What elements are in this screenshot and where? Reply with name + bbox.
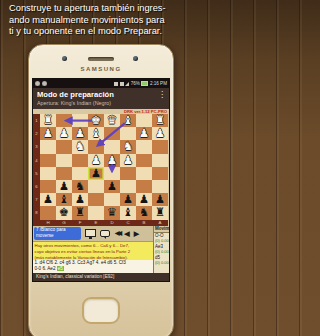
board-view-button[interactable] <box>85 229 96 237</box>
board-grid: ♜♚♛♝♜♟♟♟♝♟♟♞♞♟♟♟♟♟♞♟♟♝♟♟♟♟♚♜♛♝♞♜ <box>40 114 168 220</box>
white-pawn: ♟ <box>40 127 56 140</box>
square-c4[interactable]: ♟ <box>120 154 136 167</box>
white-pawn: ♟ <box>120 154 136 167</box>
square-d2[interactable] <box>104 127 120 140</box>
turn-line2: moverse <box>36 233 79 239</box>
square-g4[interactable] <box>56 154 72 167</box>
square-d4[interactable]: ♟ <box>104 154 120 167</box>
rank-label: 3 <box>33 140 40 153</box>
notification-icon <box>42 81 47 86</box>
square-b5[interactable] <box>136 167 152 180</box>
clock: 2:16 PM <box>150 81 167 86</box>
white-bishop: ♝ <box>120 114 136 127</box>
square-b3[interactable] <box>136 140 152 153</box>
square-h7[interactable]: ♟ <box>40 193 56 206</box>
square-g3[interactable] <box>56 140 72 153</box>
black-pawn: ♟ <box>88 167 104 180</box>
black-pawn: ♟ <box>40 193 56 206</box>
square-e3[interactable] <box>88 140 104 153</box>
square-d3[interactable] <box>104 140 120 153</box>
black-rook: ♜ <box>72 206 88 219</box>
square-e2[interactable]: ♝ <box>88 127 104 140</box>
square-c1[interactable]: ♝ <box>120 114 136 127</box>
white-pawn: ♟ <box>88 154 104 167</box>
current-move[interactable]: e5 <box>57 266 64 271</box>
move-list[interactable]: 1. d4 Cf6 2. c4 g6 3. Cc3 Ag7 4. e4 d6 5… <box>33 260 154 273</box>
candidate-move-row[interactable]: O-O(0) 0.00 <box>154 233 169 244</box>
opening-name-bar: King's Indian, classical variation [E92] <box>33 273 169 281</box>
square-d6[interactable]: ♟ <box>104 180 120 193</box>
square-a5[interactable] <box>152 167 168 180</box>
square-a2[interactable]: ♟ <box>152 127 168 140</box>
mute-icon <box>120 82 124 86</box>
chess-board: 12345678 ♜♚♛♝♜♟♟♟♝♟♟♞♞♟♟♟♟♟♞♟♟♝♟♟♟♟♚♜♛♝♞… <box>33 114 168 226</box>
page-title: Modo de preparación <box>37 90 114 99</box>
rank-label: 4 <box>33 154 40 167</box>
wifi-icon <box>114 82 118 86</box>
black-queen: ♛ <box>104 206 120 219</box>
candidate-eval: (0) 0.00 <box>155 249 168 254</box>
overflow-menu-icon[interactable]: ⋮ <box>158 91 166 99</box>
square-b2[interactable]: ♟ <box>136 127 152 140</box>
white-bishop: ♝ <box>88 127 104 140</box>
square-h2[interactable]: ♟ <box>40 127 56 140</box>
square-e7[interactable] <box>88 193 104 206</box>
square-f4[interactable] <box>72 154 88 167</box>
white-pawn: ♟ <box>56 127 72 140</box>
white-queen: ♛ <box>104 114 120 127</box>
back-button[interactable]: ◀ <box>124 227 129 240</box>
square-a3[interactable] <box>152 140 168 153</box>
square-a4[interactable] <box>152 154 168 167</box>
forward-button[interactable]: ▶ <box>134 227 139 240</box>
square-c3[interactable]: ♞ <box>120 140 136 153</box>
opening-subtitle: Apertura: King's Indian (Negro) <box>37 100 111 106</box>
earpiece-speaker <box>88 57 114 61</box>
battery-percent: 76% <box>131 81 140 86</box>
square-c8[interactable]: ♝ <box>120 206 136 219</box>
app-bar: Modo de preparación Apertura: King's Ind… <box>33 88 169 109</box>
app-screen: 76% 2:16 PM Modo de preparación Apertura… <box>32 78 170 282</box>
phone-frame: SAMSUNG 76% 2:16 PM Modo de preparación … <box>28 44 174 336</box>
opening-name: King's Indian, classical variation [E92] <box>36 274 114 279</box>
square-f5[interactable] <box>72 167 88 180</box>
white-pawn: ♟ <box>104 154 120 167</box>
square-e5[interactable]: ♟ <box>88 167 104 180</box>
rank-label: 8 <box>33 206 40 219</box>
signal-icon <box>125 82 129 86</box>
tagline-line3: ti y tu oponente en el modo Preparar. <box>9 26 195 38</box>
square-b8[interactable]: ♞ <box>136 206 152 219</box>
square-c5[interactable] <box>120 167 136 180</box>
tagline-line1: Construye tu apertura también ingres- <box>9 3 195 15</box>
square-h8[interactable] <box>40 206 56 219</box>
square-f3[interactable]: ♞ <box>72 140 88 153</box>
square-g5[interactable] <box>56 167 72 180</box>
rank-coordinates: 12345678 <box>33 114 40 220</box>
rank-label: 5 <box>33 167 40 180</box>
candidate-eval: (0) 0.00 <box>155 260 168 265</box>
square-b4[interactable] <box>136 154 152 167</box>
candidate-moves-panel: Movimientos O-O(0) 0.00Ae3(0) 0.00d5(0) … <box>153 226 169 273</box>
white-pawn: ♟ <box>136 127 152 140</box>
candidate-move-row[interactable]: Ae3(0) 0.00 <box>154 243 169 254</box>
square-e4[interactable]: ♟ <box>88 154 104 167</box>
battery-icon <box>141 81 148 87</box>
square-g8[interactable]: ♚ <box>56 206 72 219</box>
square-h5[interactable] <box>40 167 56 180</box>
front-camera-icon <box>62 56 67 61</box>
square-h3[interactable] <box>40 140 56 153</box>
promo-tagline: Construye tu apertura también ingres- an… <box>9 3 195 38</box>
rank-label: 7 <box>33 193 40 206</box>
tagline-line2: ando manualmente movimientos para <box>9 15 195 27</box>
square-g2[interactable]: ♟ <box>56 127 72 140</box>
samsung-logo: SAMSUNG <box>29 66 173 72</box>
square-a8[interactable]: ♜ <box>152 206 168 219</box>
notification-icon <box>35 81 40 86</box>
candidate-eval: (0) 0.00 <box>155 238 168 243</box>
black-king: ♚ <box>56 206 72 219</box>
white-knight: ♞ <box>72 140 88 153</box>
square-f8[interactable]: ♜ <box>72 206 88 219</box>
square-e6[interactable] <box>88 180 104 193</box>
move-list-line2: 0-0 6. Ae2 e5 <box>35 266 153 272</box>
black-knight: ♞ <box>136 206 152 219</box>
square-h4[interactable] <box>40 154 56 167</box>
proximity-sensor-icon <box>133 56 138 61</box>
black-bishop: ♝ <box>120 206 136 219</box>
white-knight: ♞ <box>120 140 136 153</box>
white-pawn: ♟ <box>152 127 168 140</box>
square-e8[interactable] <box>88 206 104 219</box>
black-rook: ♜ <box>152 206 168 219</box>
black-pawn: ♟ <box>104 180 120 193</box>
rewind-button[interactable]: ◀◀ <box>115 227 120 240</box>
candidate-move-row[interactable]: d5(0) 0.00 <box>154 254 169 265</box>
moves-panel-header: Movimientos <box>154 226 169 233</box>
playback-controls: 7 /Blanco para moverse ◀◀ ◀ ▶ <box>33 226 169 241</box>
rank-label: 6 <box>33 180 40 193</box>
status-bar: 76% 2:16 PM <box>33 79 169 88</box>
turn-indicator-button[interactable]: 7 /Blanco para moverse <box>34 227 81 240</box>
home-button[interactable] <box>82 297 120 324</box>
square-d5[interactable] <box>104 167 120 180</box>
opening-note-box: Hay otros movimientos, como 6... Ca6 y 6… <box>33 241 154 260</box>
rank-label: 2 <box>33 127 40 140</box>
square-d1[interactable]: ♛ <box>104 114 120 127</box>
rank-label: 1 <box>33 114 40 127</box>
comment-button[interactable] <box>100 230 110 237</box>
square-d8[interactable]: ♛ <box>104 206 120 219</box>
